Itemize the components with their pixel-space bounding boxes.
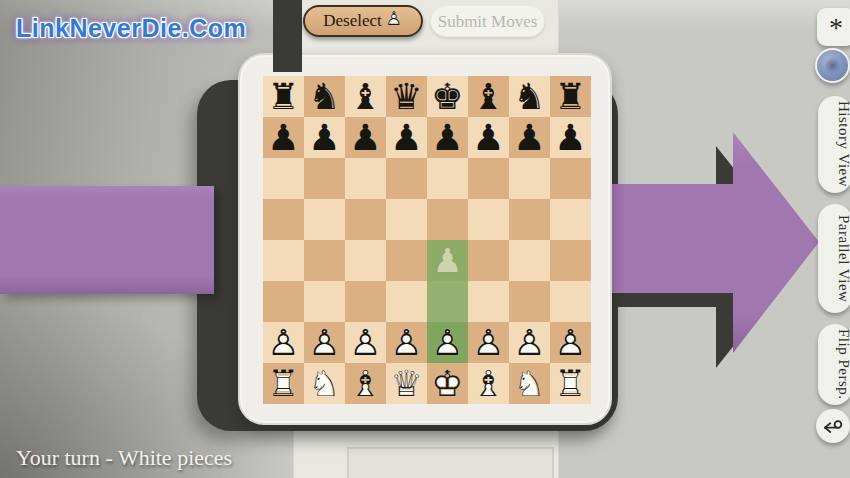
square-a6[interactable] — [263, 158, 304, 199]
black-piece: ♜ — [550, 76, 591, 117]
square-f7[interactable]: ♟ — [468, 117, 509, 158]
square-b8[interactable]: ♞ — [304, 76, 345, 117]
square-g8[interactable]: ♞ — [509, 76, 550, 117]
white-piece: ♟♙ — [509, 322, 550, 363]
square-b6[interactable] — [304, 158, 345, 199]
white-piece: ♝♗ — [468, 363, 509, 404]
black-piece: ♝ — [468, 76, 509, 117]
square-c6[interactable] — [345, 158, 386, 199]
black-piece: ♟ — [263, 117, 304, 158]
parallel-view-label: Parallel View — [836, 215, 850, 302]
white-piece: ♟♙ — [345, 322, 386, 363]
square-b3[interactable] — [304, 281, 345, 322]
black-piece: ♝ — [345, 76, 386, 117]
square-a1[interactable]: ♜♖ — [263, 363, 304, 404]
square-g2[interactable]: ♟♙ — [509, 322, 550, 363]
square-d6[interactable] — [386, 158, 427, 199]
square-a5[interactable] — [263, 199, 304, 240]
square-h4[interactable] — [550, 240, 591, 281]
square-d5[interactable] — [386, 199, 427, 240]
square-c1[interactable]: ♝♗ — [345, 363, 386, 404]
black-piece: ♞ — [304, 76, 345, 117]
square-h7[interactable]: ♟ — [550, 117, 591, 158]
white-piece: ♟♙ — [386, 322, 427, 363]
history-view-button[interactable]: History View — [818, 96, 850, 193]
square-e7[interactable]: ♟ — [427, 117, 468, 158]
square-f6[interactable] — [468, 158, 509, 199]
white-piece: ♟♙ — [550, 322, 591, 363]
white-piece: ♞♘ — [509, 363, 550, 404]
square-e6[interactable] — [427, 158, 468, 199]
square-c7[interactable]: ♟ — [345, 117, 386, 158]
white-piece: ♜♖ — [550, 363, 591, 404]
square-a4[interactable] — [263, 240, 304, 281]
square-b2[interactable]: ♟♙ — [304, 322, 345, 363]
black-piece: ♟ — [304, 117, 345, 158]
asterisk-label: * — [829, 12, 843, 43]
square-g1[interactable]: ♞♘ — [509, 363, 550, 404]
square-e4[interactable]: ♟ — [427, 240, 468, 281]
black-piece: ♜ — [263, 76, 304, 117]
black-piece: ♟ — [509, 117, 550, 158]
square-d4[interactable] — [386, 240, 427, 281]
square-d7[interactable]: ♟ — [386, 117, 427, 158]
square-c3[interactable] — [345, 281, 386, 322]
square-d1[interactable]: ♛♕ — [386, 363, 427, 404]
app-window: ♜♞♝♛♚♝♞♜♟♟♟♟♟♟♟♟♟♟♙♟♙♟♙♟♙♟♙♟♙♟♙♟♙♜♖♞♘♝♗♛… — [0, 0, 850, 478]
square-c8[interactable]: ♝ — [345, 76, 386, 117]
black-piece: ♛ — [386, 76, 427, 117]
square-e5[interactable] — [427, 199, 468, 240]
black-piece: ♞ — [509, 76, 550, 117]
square-a2[interactable]: ♟♙ — [263, 322, 304, 363]
square-g4[interactable] — [509, 240, 550, 281]
black-piece: ♚ — [427, 76, 468, 117]
black-piece: ♟ — [427, 117, 468, 158]
square-a7[interactable]: ♟ — [263, 117, 304, 158]
chess-board[interactable]: ♜♞♝♛♚♝♞♜♟♟♟♟♟♟♟♟♟♟♙♟♙♟♙♟♙♟♙♟♙♟♙♟♙♜♖♞♘♝♗♛… — [263, 76, 591, 404]
history-view-label: History View — [836, 101, 850, 187]
square-b7[interactable]: ♟ — [304, 117, 345, 158]
black-piece: ♟ — [550, 117, 591, 158]
square-a3[interactable] — [263, 281, 304, 322]
square-d3[interactable] — [386, 281, 427, 322]
white-piece: ♜♖ — [263, 363, 304, 404]
submit-moves-label: Submit Moves — [438, 12, 538, 31]
globe-button[interactable] — [815, 48, 850, 83]
black-piece: ♟ — [345, 117, 386, 158]
turn-status-text: Your turn - White pieces — [16, 445, 232, 471]
square-c4[interactable] — [345, 240, 386, 281]
deselect-button[interactable]: Deselect♟♙ — [303, 5, 423, 37]
square-e8[interactable]: ♚ — [427, 76, 468, 117]
square-f2[interactable]: ♟♙ — [468, 322, 509, 363]
square-c2[interactable]: ♟♙ — [345, 322, 386, 363]
white-piece: ♟♙ — [263, 322, 304, 363]
square-h6[interactable] — [550, 158, 591, 199]
deselect-label: Deselect — [323, 11, 382, 30]
square-f1[interactable]: ♝♗ — [468, 363, 509, 404]
square-a8[interactable]: ♜ — [263, 76, 304, 117]
square-c5[interactable] — [345, 199, 386, 240]
square-b4[interactable] — [304, 240, 345, 281]
white-piece: ♟♙ — [304, 322, 345, 363]
undo-arrow-icon — [820, 413, 846, 439]
white-piece: ♝♗ — [345, 363, 386, 404]
next-board-slot — [347, 447, 554, 478]
ghost-piece: ♟ — [427, 240, 468, 281]
square-h8[interactable]: ♜ — [550, 76, 591, 117]
black-piece: ♟ — [386, 117, 427, 158]
undo-button[interactable] — [816, 409, 850, 443]
square-f3[interactable] — [468, 281, 509, 322]
square-f4[interactable] — [468, 240, 509, 281]
white-piece: ♚♔ — [427, 363, 468, 404]
submit-moves-button[interactable]: Submit Moves — [430, 5, 545, 37]
square-g6[interactable] — [509, 158, 550, 199]
white-piece: ♟♙ — [427, 322, 468, 363]
square-d8[interactable]: ♛ — [386, 76, 427, 117]
white-piece: ♟♙ — [468, 322, 509, 363]
square-g5[interactable] — [509, 199, 550, 240]
white-piece: ♛♕ — [386, 363, 427, 404]
square-h5[interactable] — [550, 199, 591, 240]
present-arrow-tail — [0, 186, 214, 294]
square-f5[interactable] — [468, 199, 509, 240]
timeline-connector — [273, 0, 302, 72]
flip-perspective-label: Flip Persp. — [836, 329, 850, 400]
square-h2[interactable]: ♟♙ — [550, 322, 591, 363]
flip-perspective-button[interactable]: Flip Persp. — [818, 324, 850, 405]
square-b1[interactable]: ♞♘ — [304, 363, 345, 404]
square-e2[interactable]: ♟♙ — [427, 322, 468, 363]
square-h1[interactable]: ♜♖ — [550, 363, 591, 404]
board-frame: ♜♞♝♛♚♝♞♜♟♟♟♟♟♟♟♟♟♟♙♟♙♟♙♟♙♟♙♟♙♟♙♟♙♜♖♞♘♝♗♛… — [238, 53, 612, 425]
square-g7[interactable]: ♟ — [509, 117, 550, 158]
square-d2[interactable]: ♟♙ — [386, 322, 427, 363]
watermark: LinkNeverDie.Com — [16, 14, 246, 43]
black-piece: ♟ — [468, 117, 509, 158]
square-e1[interactable]: ♚♔ — [427, 363, 468, 404]
pawn-icon: ♟♙ — [385, 7, 403, 29]
white-piece: ♞♘ — [304, 363, 345, 404]
square-h3[interactable] — [550, 281, 591, 322]
asterisk-button[interactable]: * — [817, 8, 850, 46]
square-g3[interactable] — [509, 281, 550, 322]
parallel-view-button[interactable]: Parallel View — [818, 204, 850, 313]
square-e3[interactable] — [427, 281, 468, 322]
square-b5[interactable] — [304, 199, 345, 240]
square-f8[interactable]: ♝ — [468, 76, 509, 117]
